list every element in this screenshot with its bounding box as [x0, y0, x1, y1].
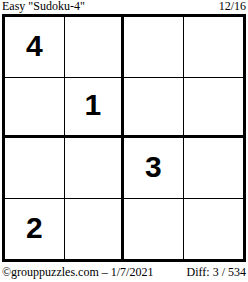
puzzle-title: Easy "Sudoku-4" [2, 0, 85, 13]
cell-r1c1[interactable]: 4 [5, 17, 65, 78]
cell-r3c2[interactable] [65, 138, 125, 199]
given-digit: 1 [84, 90, 101, 120]
given-digit: 4 [26, 31, 43, 61]
cell-r3c1[interactable] [5, 138, 65, 199]
cell-r2c2[interactable]: 1 [65, 78, 125, 139]
cell-r2c4[interactable] [184, 78, 244, 139]
cell-r2c3[interactable] [124, 78, 184, 139]
cell-r3c3[interactable]: 3 [124, 138, 184, 199]
given-digit: 2 [26, 213, 43, 243]
cell-r3c4[interactable] [184, 138, 244, 199]
puzzle-page: Easy "Sudoku-4" 12/16 4132 ©grouppuzzles… [0, 0, 248, 282]
given-digit: 3 [145, 152, 162, 182]
cell-r1c3[interactable] [124, 17, 184, 78]
cell-r1c4[interactable] [184, 17, 244, 78]
footer: ©grouppuzzles.com – 1/7/2021 Diff: 3 / 5… [2, 265, 246, 279]
difficulty-text: Diff: 3 / 534 [187, 265, 246, 279]
cell-r4c1[interactable]: 2 [5, 199, 65, 260]
puzzle-progress: 12/16 [219, 0, 246, 13]
header: Easy "Sudoku-4" 12/16 [2, 0, 246, 13]
sudoku-board: 4132 [2, 14, 246, 262]
cell-r4c3[interactable] [124, 199, 184, 260]
cell-r1c2[interactable] [65, 17, 125, 78]
cell-r4c2[interactable] [65, 199, 125, 260]
cell-r4c4[interactable] [184, 199, 244, 260]
copyright-text: ©grouppuzzles.com – 1/7/2021 [2, 265, 153, 279]
cell-r2c1[interactable] [5, 78, 65, 139]
